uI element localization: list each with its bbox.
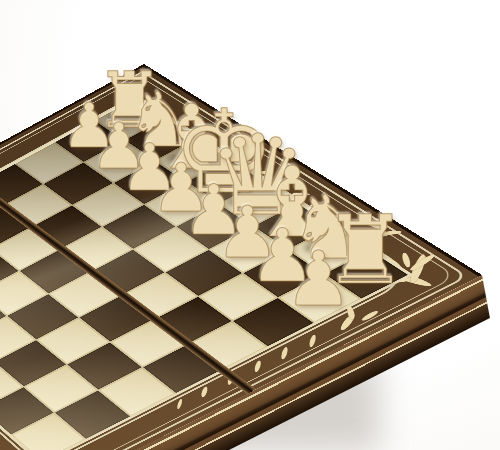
piece-white-pawn-a2[interactable]: ♟ <box>281 242 357 318</box>
pieces-layer: ♜♞♟♝♟♚♟♛♟♝♟♟♞♟♜♟ <box>0 0 500 450</box>
chess-set-photo: ♜♞♟♝♟♚♟♛♟♝♟♟♞♟♜♟ <box>0 0 500 450</box>
